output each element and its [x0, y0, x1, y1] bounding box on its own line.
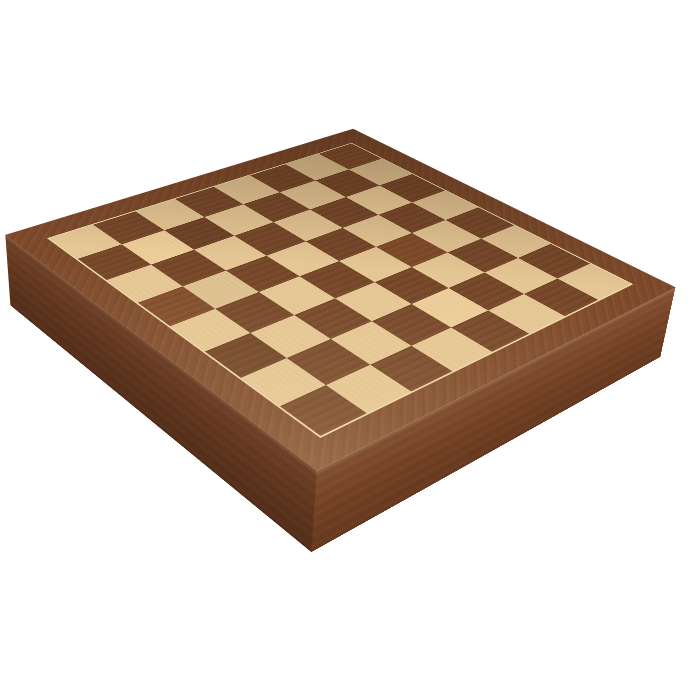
square-h3	[488, 294, 565, 334]
product-photo	[0, 0, 700, 700]
square-h7	[326, 364, 411, 413]
chessboard	[5, 129, 676, 471]
square-d8	[138, 286, 216, 326]
perspective-scene	[0, 0, 700, 700]
square-h4	[451, 310, 530, 352]
square-f6	[294, 298, 372, 339]
square-f5	[335, 282, 411, 321]
square-f4	[374, 267, 449, 304]
square-e7	[216, 292, 294, 333]
square-f7	[250, 315, 330, 358]
square-g5	[372, 304, 450, 345]
square-g4	[412, 288, 489, 327]
square-f8	[205, 333, 288, 378]
square-g8	[241, 358, 326, 406]
camera-tilt	[0, 0, 700, 700]
square-c7	[152, 250, 226, 286]
square-h8	[280, 385, 368, 436]
square-g6	[331, 321, 412, 364]
board-top-face	[5, 129, 676, 471]
square-e8	[170, 309, 250, 352]
square-g3	[449, 273, 524, 311]
square-h6	[370, 345, 453, 391]
square-e6	[259, 276, 335, 315]
square-d7	[183, 270, 259, 308]
square-e5	[300, 261, 374, 298]
square-c8	[107, 264, 183, 302]
square-b8	[77, 244, 151, 280]
square-h5	[411, 327, 492, 371]
square-g7	[287, 339, 370, 385]
square-h2	[524, 278, 599, 316]
square-d6	[226, 255, 300, 292]
